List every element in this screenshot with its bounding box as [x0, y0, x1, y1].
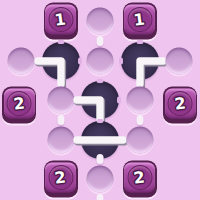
- peg-circle[interactable]: [47, 126, 74, 153]
- number-tile[interactable]: 1: [44, 3, 78, 40]
- number-tile-face: 2: [124, 163, 155, 193]
- tile-number: 2: [12, 95, 25, 112]
- tile-number: 2: [173, 95, 186, 112]
- peg-circle[interactable]: [87, 47, 114, 74]
- tile-number: 1: [133, 11, 146, 28]
- connector-dash: [97, 194, 104, 200]
- number-tile[interactable]: 2: [123, 161, 157, 198]
- peg-circle[interactable]: [47, 87, 74, 114]
- number-tile-circle: 2: [168, 91, 193, 116]
- number-tile[interactable]: 2: [163, 87, 197, 124]
- connector-dash: [97, 154, 104, 164]
- number-tile[interactable]: 1: [123, 3, 157, 40]
- tile-number: 2: [54, 169, 67, 186]
- peg-circle[interactable]: [126, 87, 153, 114]
- peg-circle[interactable]: [87, 166, 114, 193]
- peg-circle[interactable]: [126, 126, 153, 153]
- peg-circle[interactable]: [166, 47, 193, 74]
- peg-circle[interactable]: [8, 47, 35, 74]
- pipe-node-ws[interactable]: [81, 81, 119, 119]
- number-tile-face: 2: [165, 89, 196, 119]
- pipe-node-we[interactable]: [81, 121, 119, 159]
- number-tile[interactable]: 2: [2, 87, 36, 124]
- puzzle-board: 112222: [0, 0, 200, 200]
- connector-dash: [136, 115, 143, 125]
- number-tile-circle: 1: [48, 7, 73, 32]
- tile-number: 1: [54, 11, 67, 28]
- connector-dash: [57, 115, 64, 125]
- number-tile-circle: 2: [48, 165, 73, 190]
- number-tile-face: 2: [45, 163, 76, 193]
- connector-dash: [97, 36, 104, 46]
- number-tile-face: 2: [4, 89, 35, 119]
- tile-number: 2: [133, 169, 146, 186]
- peg-circle[interactable]: [87, 8, 114, 35]
- pipe-node-es[interactable]: [121, 42, 159, 80]
- number-tile-face: 1: [124, 5, 155, 35]
- number-tile-face: 1: [45, 5, 76, 35]
- number-tile-circle: 2: [7, 91, 32, 116]
- number-tile-circle: 2: [127, 165, 152, 190]
- number-tile[interactable]: 2: [44, 161, 78, 198]
- pipe-node-ws[interactable]: [42, 42, 80, 80]
- number-tile-circle: 1: [127, 7, 152, 32]
